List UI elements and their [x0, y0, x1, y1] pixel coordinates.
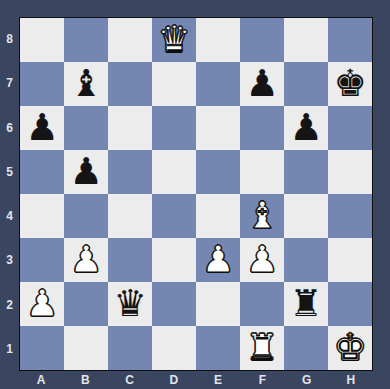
square-g2[interactable]: ♜ [284, 282, 328, 326]
square-e6[interactable] [196, 106, 240, 150]
rank-label-2: 2 [0, 283, 19, 327]
square-h7[interactable]: ♚ [328, 62, 372, 106]
white-pawn[interactable]: ♟ [245, 241, 278, 278]
square-f2[interactable] [240, 282, 284, 326]
square-d1[interactable] [152, 326, 196, 370]
square-c3[interactable] [108, 238, 152, 282]
square-h2[interactable] [328, 282, 372, 326]
square-a4[interactable] [20, 194, 64, 238]
square-b5[interactable]: ♟ [64, 150, 108, 194]
square-c7[interactable] [108, 62, 152, 106]
square-f8[interactable] [240, 18, 284, 62]
square-e4[interactable] [196, 194, 240, 238]
file-label-c: C [108, 371, 152, 389]
square-c2[interactable]: ♛ [108, 282, 152, 326]
file-label-h: H [329, 371, 373, 389]
square-e7[interactable] [196, 62, 240, 106]
square-d7[interactable] [152, 62, 196, 106]
square-h8[interactable] [328, 18, 372, 62]
black-pawn[interactable]: ♟ [245, 65, 278, 102]
white-pawn[interactable]: ♟ [201, 241, 234, 278]
square-a6[interactable]: ♟ [20, 106, 64, 150]
square-b8[interactable] [64, 18, 108, 62]
square-c4[interactable] [108, 194, 152, 238]
black-pawn[interactable]: ♟ [289, 109, 322, 146]
black-king[interactable]: ♚ [333, 65, 366, 102]
square-g8[interactable] [284, 18, 328, 62]
black-pawn[interactable]: ♟ [69, 153, 102, 190]
black-rook[interactable]: ♜ [289, 285, 322, 322]
black-queen[interactable]: ♛ [113, 285, 146, 322]
square-b3[interactable]: ♟ [64, 238, 108, 282]
rank-label-8: 8 [0, 17, 19, 61]
square-h6[interactable] [328, 106, 372, 150]
file-label-e: E [196, 371, 240, 389]
square-f5[interactable] [240, 150, 284, 194]
square-h3[interactable] [328, 238, 372, 282]
square-a2[interactable]: ♟ [20, 282, 64, 326]
square-h4[interactable] [328, 194, 372, 238]
rank-label-3: 3 [0, 238, 19, 282]
square-f4[interactable]: ♝ [240, 194, 284, 238]
square-e1[interactable] [196, 326, 240, 370]
file-labels: ABCDEFGH [19, 371, 373, 389]
square-b2[interactable] [64, 282, 108, 326]
square-g1[interactable] [284, 326, 328, 370]
square-b6[interactable] [64, 106, 108, 150]
file-label-d: D [152, 371, 196, 389]
file-label-f: F [240, 371, 284, 389]
square-c1[interactable] [108, 326, 152, 370]
square-b1[interactable] [64, 326, 108, 370]
black-pawn[interactable]: ♟ [25, 109, 58, 146]
square-f3[interactable]: ♟ [240, 238, 284, 282]
rank-label-6: 6 [0, 106, 19, 150]
file-label-a: A [19, 371, 63, 389]
square-f6[interactable] [240, 106, 284, 150]
rank-label-7: 7 [0, 61, 19, 105]
square-c8[interactable] [108, 18, 152, 62]
chess-board[interactable]: ♛♝♟♚♟♟♟♝♟♟♟♟♛♜♜♚ [19, 17, 373, 371]
square-g6[interactable]: ♟ [284, 106, 328, 150]
square-g5[interactable] [284, 150, 328, 194]
file-label-g: G [285, 371, 329, 389]
square-g4[interactable] [284, 194, 328, 238]
square-f1[interactable]: ♜ [240, 326, 284, 370]
square-f7[interactable]: ♟ [240, 62, 284, 106]
square-g7[interactable] [284, 62, 328, 106]
white-king[interactable]: ♚ [333, 329, 366, 366]
square-d4[interactable] [152, 194, 196, 238]
white-pawn[interactable]: ♟ [69, 241, 102, 278]
rank-label-1: 1 [0, 327, 19, 371]
rank-label-4: 4 [0, 194, 19, 238]
square-e2[interactable] [196, 282, 240, 326]
square-d5[interactable] [152, 150, 196, 194]
square-d8[interactable]: ♛ [152, 18, 196, 62]
white-rook[interactable]: ♜ [245, 329, 278, 366]
square-c6[interactable] [108, 106, 152, 150]
square-a8[interactable] [20, 18, 64, 62]
file-label-b: B [63, 371, 107, 389]
rank-labels: 87654321 [0, 17, 19, 371]
white-pawn[interactable]: ♟ [25, 285, 58, 322]
square-d3[interactable] [152, 238, 196, 282]
chess-diagram: 87654321 ♛♝♟♚♟♟♟♝♟♟♟♟♛♜♜♚ ABCDEFGH [0, 0, 390, 389]
square-h1[interactable]: ♚ [328, 326, 372, 370]
square-e8[interactable] [196, 18, 240, 62]
rank-label-5: 5 [0, 150, 19, 194]
square-d2[interactable] [152, 282, 196, 326]
white-bishop[interactable]: ♝ [245, 197, 278, 234]
square-e5[interactable] [196, 150, 240, 194]
square-a5[interactable] [20, 150, 64, 194]
square-g3[interactable] [284, 238, 328, 282]
square-a1[interactable] [20, 326, 64, 370]
square-d6[interactable] [152, 106, 196, 150]
square-a3[interactable] [20, 238, 64, 282]
black-bishop[interactable]: ♝ [69, 65, 102, 102]
square-b4[interactable] [64, 194, 108, 238]
square-h5[interactable] [328, 150, 372, 194]
white-queen[interactable]: ♛ [157, 21, 190, 58]
square-a7[interactable] [20, 62, 64, 106]
square-c5[interactable] [108, 150, 152, 194]
square-e3[interactable]: ♟ [196, 238, 240, 282]
square-b7[interactable]: ♝ [64, 62, 108, 106]
